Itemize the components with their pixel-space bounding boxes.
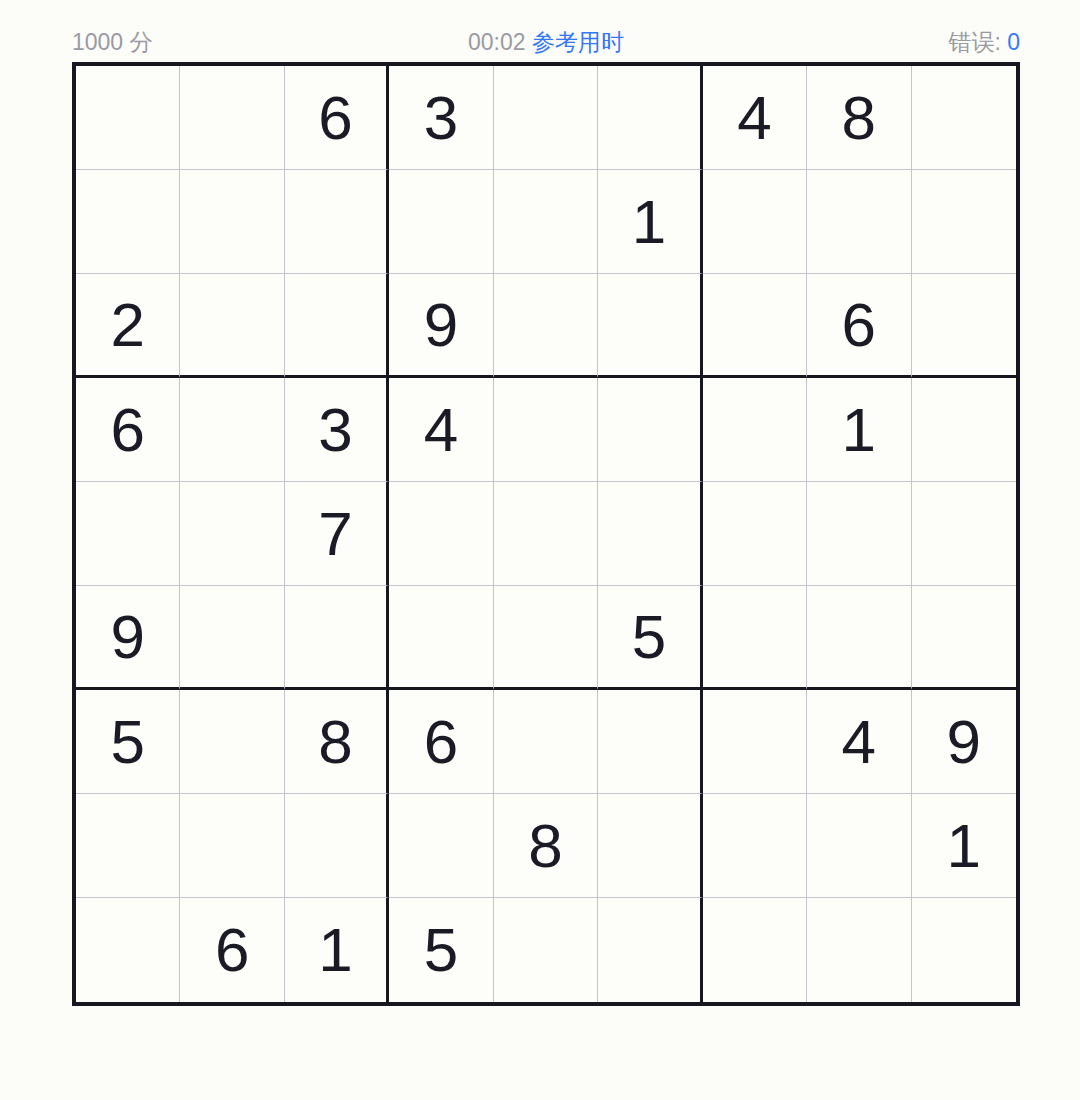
cell-r4c1[interactable]: 6	[76, 378, 180, 482]
cell-r3c5[interactable]	[494, 274, 598, 378]
cell-r2c5[interactable]	[494, 170, 598, 274]
cell-r1c7[interactable]: 4	[703, 66, 807, 170]
cell-r8c3[interactable]	[285, 794, 389, 898]
cell-r1c3[interactable]: 6	[285, 66, 389, 170]
cell-r5c7[interactable]	[703, 482, 807, 586]
cell-r6c4[interactable]	[389, 586, 493, 690]
cell-r4c7[interactable]	[703, 378, 807, 482]
cell-r6c8[interactable]	[807, 586, 911, 690]
cell-r3c6[interactable]	[598, 274, 702, 378]
timer-value: 00:02	[468, 29, 526, 55]
cell-r5c4[interactable]	[389, 482, 493, 586]
error-label: 错误:	[948, 29, 1000, 55]
cell-r4c3[interactable]: 3	[285, 378, 389, 482]
cell-r9c6[interactable]	[598, 898, 702, 1002]
cell-r3c4[interactable]: 9	[389, 274, 493, 378]
cell-r5c8[interactable]	[807, 482, 911, 586]
cell-r1c2[interactable]	[180, 66, 284, 170]
cell-r7c6[interactable]	[598, 690, 702, 794]
cell-r8c8[interactable]	[807, 794, 911, 898]
cell-r4c9[interactable]	[912, 378, 1016, 482]
status-bar: 1000 分 00:02 参考用时 错误: 0	[72, 28, 1020, 56]
cell-r3c9[interactable]	[912, 274, 1016, 378]
cell-r7c9[interactable]: 9	[912, 690, 1016, 794]
cell-r8c9[interactable]: 1	[912, 794, 1016, 898]
cell-r2c8[interactable]	[807, 170, 911, 274]
cell-r9c7[interactable]	[703, 898, 807, 1002]
cell-r9c1[interactable]	[76, 898, 180, 1002]
cell-r8c5[interactable]: 8	[494, 794, 598, 898]
cell-r7c7[interactable]	[703, 690, 807, 794]
cell-r7c8[interactable]: 4	[807, 690, 911, 794]
score-label: 1000 分	[72, 27, 153, 58]
cell-r4c6[interactable]	[598, 378, 702, 482]
error-value: 0	[1007, 29, 1020, 55]
cell-r4c2[interactable]	[180, 378, 284, 482]
cell-r1c5[interactable]	[494, 66, 598, 170]
cell-r3c1[interactable]: 2	[76, 274, 180, 378]
cell-r9c4[interactable]: 5	[389, 898, 493, 1002]
cell-r6c9[interactable]	[912, 586, 1016, 690]
cell-r4c5[interactable]	[494, 378, 598, 482]
cell-r2c9[interactable]	[912, 170, 1016, 274]
cell-r9c3[interactable]: 1	[285, 898, 389, 1002]
cell-r8c6[interactable]	[598, 794, 702, 898]
cell-r1c4[interactable]: 3	[389, 66, 493, 170]
cell-r2c6[interactable]: 1	[598, 170, 702, 274]
cell-r8c7[interactable]	[703, 794, 807, 898]
cell-r3c7[interactable]	[703, 274, 807, 378]
cell-r9c9[interactable]	[912, 898, 1016, 1002]
cell-r2c7[interactable]	[703, 170, 807, 274]
cell-r8c2[interactable]	[180, 794, 284, 898]
cell-r7c1[interactable]: 5	[76, 690, 180, 794]
cell-r6c6[interactable]: 5	[598, 586, 702, 690]
timer: 00:02 参考用时	[72, 27, 1020, 58]
cell-r9c8[interactable]	[807, 898, 911, 1002]
cell-r7c4[interactable]: 6	[389, 690, 493, 794]
cell-r9c5[interactable]	[494, 898, 598, 1002]
cell-r7c3[interactable]: 8	[285, 690, 389, 794]
cell-r3c8[interactable]: 6	[807, 274, 911, 378]
cell-r2c3[interactable]	[285, 170, 389, 274]
cell-r6c2[interactable]	[180, 586, 284, 690]
cell-r2c2[interactable]	[180, 170, 284, 274]
cell-r8c4[interactable]	[389, 794, 493, 898]
cell-r1c8[interactable]: 8	[807, 66, 911, 170]
cell-r8c1[interactable]	[76, 794, 180, 898]
cell-r6c1[interactable]: 9	[76, 586, 180, 690]
cell-r5c9[interactable]	[912, 482, 1016, 586]
cell-r3c2[interactable]	[180, 274, 284, 378]
timer-caption: 参考用时	[532, 29, 624, 55]
error-counter: 错误: 0	[948, 27, 1020, 58]
cell-r1c6[interactable]	[598, 66, 702, 170]
cell-r2c1[interactable]	[76, 170, 180, 274]
cell-r5c2[interactable]	[180, 482, 284, 586]
cell-r2c4[interactable]	[389, 170, 493, 274]
cell-r5c3[interactable]: 7	[285, 482, 389, 586]
cell-r5c6[interactable]	[598, 482, 702, 586]
cell-r1c1[interactable]	[76, 66, 180, 170]
cell-r4c8[interactable]: 1	[807, 378, 911, 482]
cell-r6c7[interactable]	[703, 586, 807, 690]
cell-r6c3[interactable]	[285, 586, 389, 690]
cell-r7c5[interactable]	[494, 690, 598, 794]
cell-r3c3[interactable]	[285, 274, 389, 378]
cell-r5c5[interactable]	[494, 482, 598, 586]
cell-r6c5[interactable]	[494, 586, 598, 690]
sudoku-board: 6348129663417955864981615	[72, 62, 1020, 1006]
cell-r9c2[interactable]: 6	[180, 898, 284, 1002]
cell-r1c9[interactable]	[912, 66, 1016, 170]
cell-r5c1[interactable]	[76, 482, 180, 586]
cell-r7c2[interactable]	[180, 690, 284, 794]
cell-r4c4[interactable]: 4	[389, 378, 493, 482]
